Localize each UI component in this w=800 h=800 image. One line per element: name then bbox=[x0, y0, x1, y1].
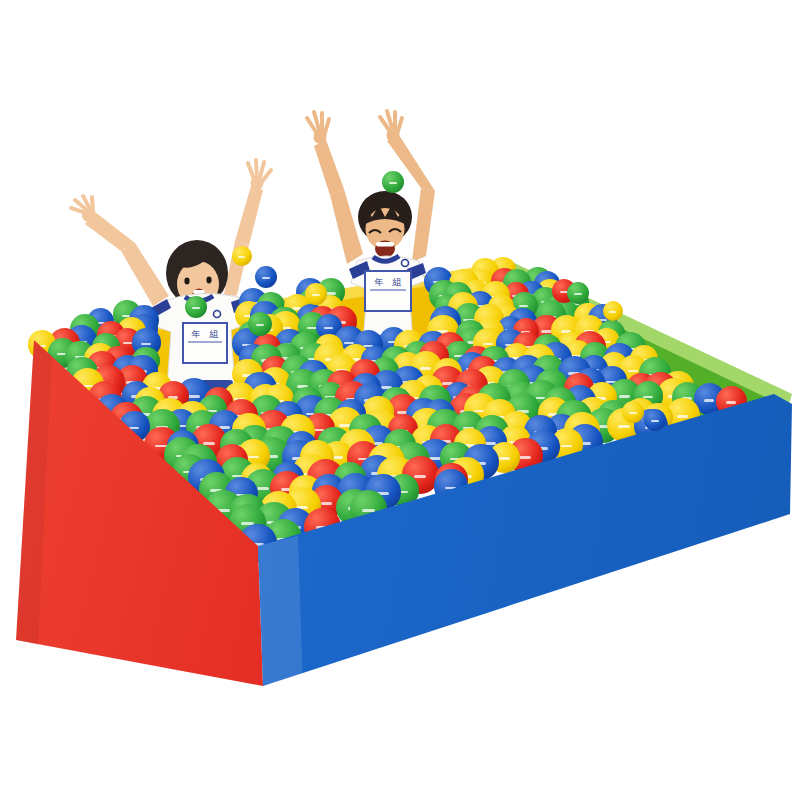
ball-green bbox=[248, 312, 272, 336]
ball-yellow bbox=[622, 401, 644, 423]
ball-green bbox=[567, 282, 589, 304]
ball-yellow bbox=[305, 283, 327, 305]
ball-pit-scene: 年 組 bbox=[0, 0, 800, 800]
ball-yellow bbox=[232, 246, 252, 266]
ball-yellow bbox=[603, 301, 623, 321]
ball-blue bbox=[644, 409, 666, 431]
ball-green bbox=[382, 171, 404, 193]
flying-balls bbox=[0, 0, 800, 800]
ball-green bbox=[185, 296, 207, 318]
ball-blue bbox=[255, 266, 277, 288]
